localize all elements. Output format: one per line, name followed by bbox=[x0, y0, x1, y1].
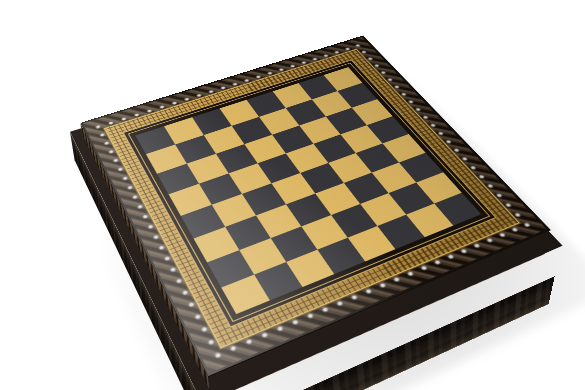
chessboard-chest bbox=[75, 67, 557, 390]
chessboard-product-photo bbox=[0, 0, 585, 390]
